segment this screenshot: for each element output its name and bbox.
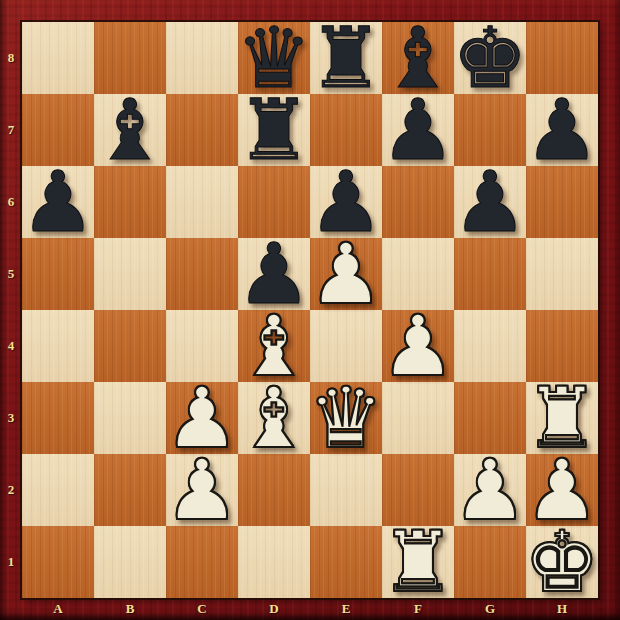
square-e3[interactable]: ♛ [310,382,382,454]
rank-label-2: 2 [0,454,22,526]
rank-label-7: 7 [0,94,22,166]
board-window: ♛♜♝♚♝♜♟♟♟♟♟♟♟♝♟♟♝♛♜♟♟♟♜♚ 87654321ABCDEFG… [0,0,620,620]
rank-label-6: 6 [0,166,22,238]
square-b2[interactable] [94,454,166,526]
square-c5[interactable] [166,238,238,310]
chess-board: ♛♜♝♚♝♜♟♟♟♟♟♟♟♝♟♟♝♛♜♟♟♟♜♚ [22,22,598,598]
square-c2[interactable]: ♟ [166,454,238,526]
file-label-e: E [310,598,382,620]
square-a4[interactable] [22,310,94,382]
file-label-f: F [382,598,454,620]
square-e1[interactable] [310,526,382,598]
square-g4[interactable] [454,310,526,382]
square-d7[interactable]: ♜ [238,94,310,166]
piece-white-pawn[interactable]: ♟ [454,454,526,526]
square-a2[interactable] [22,454,94,526]
square-b7[interactable]: ♝ [94,94,166,166]
square-h5[interactable] [526,238,598,310]
square-g2[interactable]: ♟ [454,454,526,526]
piece-black-pawn[interactable]: ♟ [22,166,94,238]
piece-black-pawn[interactable]: ♟ [382,94,454,166]
square-b1[interactable] [94,526,166,598]
file-label-c: C [166,598,238,620]
square-c8[interactable] [166,22,238,94]
square-h1[interactable]: ♚ [526,526,598,598]
file-label-h: H [526,598,598,620]
piece-white-queen[interactable]: ♛ [310,382,382,454]
square-f1[interactable]: ♜ [382,526,454,598]
square-d3[interactable]: ♝ [238,382,310,454]
file-label-d: D [238,598,310,620]
rank-label-5: 5 [0,238,22,310]
rank-label-8: 8 [0,22,22,94]
square-a6[interactable]: ♟ [22,166,94,238]
piece-white-king[interactable]: ♚ [526,526,598,598]
piece-white-pawn[interactable]: ♟ [166,454,238,526]
square-a8[interactable] [22,22,94,94]
piece-black-bishop[interactable]: ♝ [94,94,166,166]
piece-black-pawn[interactable]: ♟ [454,166,526,238]
square-a1[interactable] [22,526,94,598]
square-d1[interactable] [238,526,310,598]
square-a3[interactable] [22,382,94,454]
square-b5[interactable] [94,238,166,310]
file-label-b: B [94,598,166,620]
square-h7[interactable]: ♟ [526,94,598,166]
rank-label-3: 3 [0,382,22,454]
piece-white-bishop[interactable]: ♝ [238,382,310,454]
piece-white-pawn[interactable]: ♟ [310,238,382,310]
piece-black-pawn[interactable]: ♟ [526,94,598,166]
piece-white-rook[interactable]: ♜ [382,526,454,598]
square-b4[interactable] [94,310,166,382]
file-label-a: A [22,598,94,620]
square-e8[interactable]: ♜ [310,22,382,94]
rank-label-1: 1 [0,526,22,598]
square-c7[interactable] [166,94,238,166]
square-c6[interactable] [166,166,238,238]
piece-black-rook[interactable]: ♜ [310,22,382,94]
rank-label-4: 4 [0,310,22,382]
square-f4[interactable]: ♟ [382,310,454,382]
square-g6[interactable]: ♟ [454,166,526,238]
file-label-g: G [454,598,526,620]
square-f7[interactable]: ♟ [382,94,454,166]
piece-black-king[interactable]: ♚ [454,22,526,94]
square-g8[interactable]: ♚ [454,22,526,94]
piece-white-pawn[interactable]: ♟ [382,310,454,382]
piece-black-rook[interactable]: ♜ [238,94,310,166]
square-b3[interactable] [94,382,166,454]
square-e5[interactable]: ♟ [310,238,382,310]
